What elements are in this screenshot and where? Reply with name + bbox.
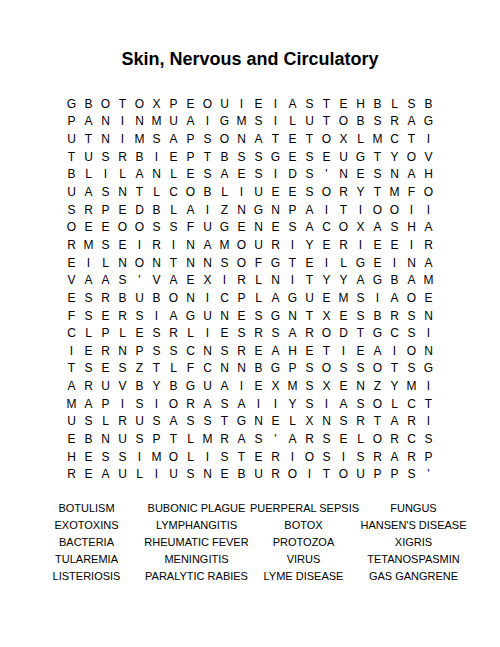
grid-cell: L (250, 289, 267, 307)
grid-cell: I (386, 254, 403, 272)
word-list-item: BACTERIA (30, 534, 143, 551)
grid-cell: O (420, 183, 437, 201)
grid-cell: T (318, 465, 335, 483)
grid-cell: S (335, 413, 352, 431)
grid-cell: B (165, 377, 182, 395)
grid-cell: P (165, 95, 182, 113)
grid-cell: E (63, 289, 80, 307)
grid-cell: O (318, 360, 335, 378)
grid-cell: L (335, 254, 352, 272)
grid-cell: L (284, 113, 301, 131)
grid-cell: E (420, 289, 437, 307)
grid-cell: I (114, 395, 131, 413)
grid-cell: L (80, 324, 97, 342)
grid-cell: I (250, 395, 267, 413)
grid-cell: S (63, 201, 80, 219)
grid-cell: S (301, 183, 318, 201)
grid-cell: N (114, 254, 131, 272)
grid-cell: R (250, 324, 267, 342)
grid-cell: E (267, 183, 284, 201)
grid-cell: A (250, 130, 267, 148)
grid-cell: G (267, 307, 284, 325)
grid-cell: S (403, 307, 420, 325)
grid-cell: A (386, 413, 403, 431)
grid-cell: I (420, 201, 437, 219)
grid-cell: O (131, 254, 148, 272)
grid-cell: L (148, 183, 165, 201)
grid-cell: L (182, 430, 199, 448)
grid-cell: A (301, 218, 318, 236)
grid-cell: L (97, 254, 114, 272)
grid-cell: U (131, 413, 148, 431)
grid-cell: E (301, 342, 318, 360)
grid-cell: O (369, 360, 386, 378)
grid-cell: N (148, 166, 165, 184)
grid-cell: S (369, 113, 386, 131)
grid-cell: ' (420, 465, 437, 483)
grid-cell: B (250, 360, 267, 378)
grid-cell: R (335, 183, 352, 201)
grid-cell: Y (301, 236, 318, 254)
grid-cell: B (369, 307, 386, 325)
grid-cell: G (216, 218, 233, 236)
grid-cell: L (165, 360, 182, 378)
grid-cell: O (335, 465, 352, 483)
grid-cell: F (63, 307, 80, 325)
grid-cell: H (63, 448, 80, 466)
grid-cell: L (165, 201, 182, 219)
word-list-item: BOTOX (250, 517, 357, 534)
grid-cell: T (199, 148, 216, 166)
grid-cell: N (182, 254, 199, 272)
grid-cell: I (80, 254, 97, 272)
grid-cell: I (199, 324, 216, 342)
grid-cell: S (199, 413, 216, 431)
grid-cell: B (420, 95, 437, 113)
grid-cell: I (233, 183, 250, 201)
grid-cell: O (369, 395, 386, 413)
grid-cell: A (80, 113, 97, 131)
grid-cell: ' (318, 166, 335, 184)
grid-cell: R (216, 430, 233, 448)
grid-cell: I (216, 271, 233, 289)
grid-cell: I (199, 113, 216, 131)
grid-cell: S (148, 324, 165, 342)
grid-cell: S (250, 166, 267, 184)
grid-cell: G (352, 148, 369, 166)
grid-cell: V (114, 377, 131, 395)
grid-cell: I (63, 342, 80, 360)
grid-cell: F (403, 183, 420, 201)
grid-cell: Y (386, 377, 403, 395)
grid-cell: G (369, 271, 386, 289)
grid-cell: O (199, 95, 216, 113)
grid-cell: B (216, 148, 233, 166)
word-list-item: VIRUS (250, 551, 357, 568)
word-list-item: TETANOSPASMIN (357, 551, 470, 568)
grid-cell: B (63, 166, 80, 184)
grid-cell: U (250, 236, 267, 254)
grid-cell: O (114, 218, 131, 236)
grid-cell: U (250, 465, 267, 483)
grid-cell: G (63, 95, 80, 113)
grid-cell: R (97, 289, 114, 307)
grid-cell: I (386, 342, 403, 360)
grid-cell: N (199, 254, 216, 272)
grid-cell: E (335, 95, 352, 113)
word-list-item: RHEUMATIC FEVER (143, 534, 250, 551)
grid-cell: X (199, 271, 216, 289)
grid-cell: A (182, 201, 199, 219)
grid-cell: N (199, 342, 216, 360)
grid-cell: S (233, 324, 250, 342)
grid-cell: E (335, 307, 352, 325)
grid-cell: A (369, 218, 386, 236)
grid-cell: U (301, 289, 318, 307)
grid-cell: B (80, 95, 97, 113)
grid-cell: E (250, 448, 267, 466)
grid-cell: R (63, 465, 80, 483)
grid-cell: I (420, 377, 437, 395)
grid-cell: S (420, 430, 437, 448)
grid-cell: X (301, 413, 318, 431)
grid-cell: S (352, 289, 369, 307)
grid-cell: A (420, 218, 437, 236)
grid-cell: T (80, 130, 97, 148)
grid-cell: C (403, 430, 420, 448)
grid-cell: G (369, 324, 386, 342)
grid-cell: Z (216, 201, 233, 219)
grid-cell: H (403, 218, 420, 236)
grid-cell: E (369, 254, 386, 272)
grid-cell: N (216, 360, 233, 378)
grid-cell: E (250, 377, 267, 395)
grid-cell: C (216, 289, 233, 307)
grid-cell: A (80, 271, 97, 289)
grid-cell: Y (148, 377, 165, 395)
grid-cell: B (131, 148, 148, 166)
grid-cell: I (335, 448, 352, 466)
grid-cell: N (199, 465, 216, 483)
grid-cell: O (386, 201, 403, 219)
grid-cell: G (352, 254, 369, 272)
grid-cell: I (284, 236, 301, 254)
grid-cell: P (386, 465, 403, 483)
grid-cell: O (233, 254, 250, 272)
grid-cell: E (182, 95, 199, 113)
grid-cell: S (114, 271, 131, 289)
grid-cell: A (165, 130, 182, 148)
grid-cell: T (63, 360, 80, 378)
grid-cell: U (165, 465, 182, 483)
grid-cell: E (63, 254, 80, 272)
grid-cell: A (233, 430, 250, 448)
grid-cell: S (301, 377, 318, 395)
grid-cell: T (420, 395, 437, 413)
grid-cell: U (335, 148, 352, 166)
grid-cell: I (352, 201, 369, 219)
grid-cell: N (420, 342, 437, 360)
grid-cell: O (369, 201, 386, 219)
grid-cell: S (97, 183, 114, 201)
grid-cell: S (148, 130, 165, 148)
grid-cell: T (114, 95, 131, 113)
grid-cell: P (284, 201, 301, 219)
grid-cell: S (284, 218, 301, 236)
word-search-grid: GBOTOXPEOUIEIASTEHBLSBPANINMUAIGMSILUTOB… (63, 95, 437, 483)
grid-cell: X (335, 130, 352, 148)
grid-cell: L (386, 95, 403, 113)
grid-cell: R (369, 448, 386, 466)
grid-cell: S (301, 148, 318, 166)
grid-cell: A (420, 254, 437, 272)
grid-cell: N (250, 413, 267, 431)
grid-cell: L (131, 465, 148, 483)
grid-cell: T (301, 307, 318, 325)
grid-cell: O (216, 130, 233, 148)
grid-cell: M (80, 236, 97, 254)
grid-cell: H (420, 166, 437, 184)
grid-cell: C (165, 183, 182, 201)
grid-cell: I (301, 465, 318, 483)
grid-cell: M (63, 395, 80, 413)
grid-cell: A (199, 395, 216, 413)
grid-cell: L (352, 430, 369, 448)
grid-cell: E (216, 465, 233, 483)
grid-cell: R (267, 465, 284, 483)
grid-cell: R (233, 342, 250, 360)
grid-cell: S (250, 307, 267, 325)
grid-cell: I (114, 113, 131, 131)
grid-cell: A (80, 183, 97, 201)
grid-cell: C (63, 324, 80, 342)
grid-cell: S (403, 465, 420, 483)
grid-cell: E (216, 324, 233, 342)
grid-cell: R (114, 413, 131, 431)
grid-cell: E (267, 413, 284, 431)
grid-cell: O (165, 448, 182, 466)
grid-cell: U (114, 465, 131, 483)
grid-cell: T (318, 113, 335, 131)
grid-cell: S (352, 307, 369, 325)
grid-cell: A (267, 342, 284, 360)
grid-cell: R (182, 395, 199, 413)
grid-cell: P (284, 360, 301, 378)
grid-cell: C (318, 218, 335, 236)
grid-cell: I (369, 289, 386, 307)
grid-cell: L (114, 166, 131, 184)
grid-cell: E (233, 166, 250, 184)
grid-cell: S (403, 324, 420, 342)
grid-cell: A (403, 113, 420, 131)
grid-cell: S (165, 342, 182, 360)
grid-cell: A (216, 377, 233, 395)
grid-cell: U (63, 130, 80, 148)
grid-cell: R (80, 377, 97, 395)
grid-cell: E (250, 95, 267, 113)
grid-cell: U (63, 413, 80, 431)
grid-cell: N (97, 130, 114, 148)
grid-cell: I (284, 448, 301, 466)
grid-cell: T (63, 148, 80, 166)
grid-cell: O (403, 148, 420, 166)
grid-cell: S (216, 254, 233, 272)
grid-cell: T (369, 148, 386, 166)
grid-cell: A (284, 95, 301, 113)
grid-cell: T (165, 430, 182, 448)
grid-cell: R (114, 148, 131, 166)
grid-cell: T (352, 324, 369, 342)
grid-cell: T (267, 130, 284, 148)
grid-cell: H (352, 95, 369, 113)
grid-cell: A (335, 395, 352, 413)
grid-cell: T (301, 271, 318, 289)
grid-cell: T (165, 254, 182, 272)
grid-cell: O (63, 218, 80, 236)
grid-cell: P (369, 465, 386, 483)
word-list-item: EXOTOXINS (30, 517, 143, 534)
grid-cell: E (80, 448, 97, 466)
grid-cell: N (386, 166, 403, 184)
grid-cell: X (318, 307, 335, 325)
grid-cell: G (420, 360, 437, 378)
grid-cell: I (284, 271, 301, 289)
grid-cell: T (233, 448, 250, 466)
grid-cell: Z (131, 360, 148, 378)
grid-cell: B (352, 113, 369, 131)
grid-cell: I (131, 236, 148, 254)
grid-cell: M (131, 130, 148, 148)
grid-cell: E (97, 218, 114, 236)
grid-cell: I (148, 465, 165, 483)
grid-cell: I (199, 289, 216, 307)
word-list-item: PUERPERAL SEPSIS (250, 500, 357, 517)
grid-cell: M (335, 289, 352, 307)
grid-cell: ' (267, 430, 284, 448)
grid-cell: U (199, 218, 216, 236)
puzzle-title: Skin, Nervous and Circulatory (0, 49, 500, 70)
grid-cell: L (114, 324, 131, 342)
grid-cell: O (165, 289, 182, 307)
grid-cell: N (267, 201, 284, 219)
grid-cell: M (233, 113, 250, 131)
grid-cell: E (301, 254, 318, 272)
grid-cell: S (301, 395, 318, 413)
grid-cell: R (386, 113, 403, 131)
grid-cell: B (114, 289, 131, 307)
grid-cell: I (420, 324, 437, 342)
grid-cell: A (369, 342, 386, 360)
grid-cell: I (318, 254, 335, 272)
grid-cell: I (199, 448, 216, 466)
grid-cell: I (199, 201, 216, 219)
grid-cell: S (233, 148, 250, 166)
grid-cell: U (216, 95, 233, 113)
grid-cell: N (250, 218, 267, 236)
grid-cell: N (233, 201, 250, 219)
grid-cell: E (318, 289, 335, 307)
grid-cell: B (386, 271, 403, 289)
grid-cell: U (199, 377, 216, 395)
grid-cell: E (114, 236, 131, 254)
grid-cell: O (318, 183, 335, 201)
grid-cell: E (97, 360, 114, 378)
grid-cell: U (165, 113, 182, 131)
word-list-item: LYMPHANGITIS (143, 517, 250, 534)
grid-cell: B (233, 465, 250, 483)
grid-cell: A (131, 166, 148, 184)
grid-cell: T (301, 130, 318, 148)
grid-cell: M (386, 183, 403, 201)
grid-cell: E (284, 148, 301, 166)
grid-cell: A (301, 201, 318, 219)
grid-cell: E (318, 236, 335, 254)
grid-cell: S (97, 148, 114, 166)
grid-cell: X (352, 218, 369, 236)
grid-cell: E (352, 166, 369, 184)
grid-cell: A (352, 271, 369, 289)
grid-cell: X (267, 377, 284, 395)
grid-cell: G (267, 360, 284, 378)
grid-cell: S (301, 166, 318, 184)
grid-cell: O (284, 465, 301, 483)
grid-cell: I (97, 166, 114, 184)
grid-cell: S (80, 289, 97, 307)
grid-cell: T (335, 201, 352, 219)
word-list-item: HANSEN'S DISEASE (357, 517, 470, 534)
grid-cell: A (386, 289, 403, 307)
grid-cell: S (369, 166, 386, 184)
grid-cell: M (216, 236, 233, 254)
grid-cell: O (318, 324, 335, 342)
grid-cell: N (335, 166, 352, 184)
grid-cell: R (148, 236, 165, 254)
grid-cell: I (420, 130, 437, 148)
grid-cell: S (97, 448, 114, 466)
grid-cell: S (131, 307, 148, 325)
grid-cell: O (403, 342, 420, 360)
grid-cell: R (403, 413, 420, 431)
grid-cell: S (165, 218, 182, 236)
grid-cell: M (148, 448, 165, 466)
grid-cell: P (63, 113, 80, 131)
grid-cell: L (165, 166, 182, 184)
grid-cell: P (148, 430, 165, 448)
word-list-item: GAS GANGRENE (357, 568, 470, 585)
grid-cell: Y (318, 271, 335, 289)
word-list-item: LISTERIOSIS (30, 568, 143, 585)
grid-cell: U (97, 377, 114, 395)
grid-cell: I (267, 113, 284, 131)
grid-cell: S (403, 360, 420, 378)
grid-cell: P (420, 448, 437, 466)
grid-cell: A (165, 413, 182, 431)
grid-cell: N (233, 360, 250, 378)
grid-cell: E (318, 148, 335, 166)
grid-cell: I (233, 377, 250, 395)
grid-cell: S (301, 360, 318, 378)
grid-cell: M (369, 130, 386, 148)
grid-cell: T (369, 183, 386, 201)
grid-cell: O (165, 395, 182, 413)
word-list-item: BUBONIC PLAGUE (143, 500, 250, 517)
grid-cell: R (301, 430, 318, 448)
grid-cell: E (131, 324, 148, 342)
grid-cell: E (284, 183, 301, 201)
word-list: BOTULISMBUBONIC PLAGUEPUERPERAL SEPSISFU… (30, 500, 470, 585)
grid-cell: N (114, 342, 131, 360)
grid-cell: F (182, 218, 199, 236)
